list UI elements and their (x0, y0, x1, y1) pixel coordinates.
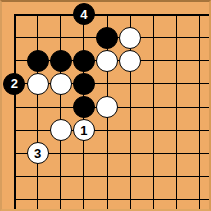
stone-white-move-3[interactable]: 3 (27, 142, 49, 164)
stone-black[interactable] (27, 50, 49, 72)
stone-white[interactable] (119, 27, 141, 49)
stone-white-move-1[interactable]: 1 (73, 119, 95, 141)
stone-white[interactable] (119, 50, 141, 72)
stone-white[interactable] (27, 73, 49, 95)
go-board[interactable]: 4213 (0, 0, 211, 211)
stone-black-move-2[interactable]: 2 (3, 73, 25, 95)
stone-white[interactable] (50, 119, 72, 141)
stone-black[interactable] (73, 96, 95, 118)
stones-layer: 4213 (3, 3, 211, 211)
stone-black[interactable] (73, 73, 95, 95)
stone-black[interactable] (96, 27, 118, 49)
stone-black[interactable] (73, 50, 95, 72)
stone-white[interactable] (96, 96, 118, 118)
stone-black[interactable] (50, 50, 72, 72)
stone-black-move-4[interactable]: 4 (73, 3, 95, 25)
stone-white[interactable] (96, 50, 118, 72)
go-diagram: 4213 (0, 0, 211, 211)
stone-white[interactable] (50, 73, 72, 95)
